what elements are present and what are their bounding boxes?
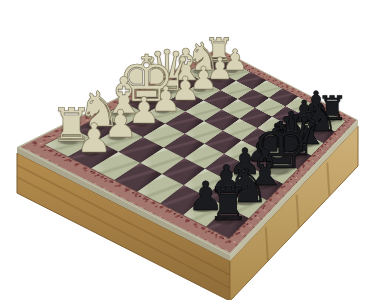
white-pawn-piece: ♟ — [76, 119, 112, 159]
chess-set-photo: ♜♟♟♜♞♟♟♞♝♟♟♝♛♟♟♛♚♟♟♚♝♟♟♝♞♟♟♞♜♟♟♜ — [0, 0, 378, 300]
pieces-layer: ♜♟♟♜♞♟♟♞♝♟♟♝♛♟♟♛♚♟♟♚♝♟♟♝♞♟♟♞♜♟♟♜ — [0, 0, 378, 300]
black-rook-piece: ♜ — [207, 182, 248, 228]
